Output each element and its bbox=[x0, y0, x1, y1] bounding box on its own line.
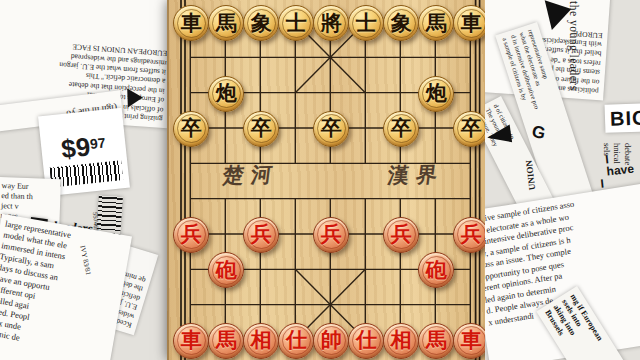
piece-label: 將 bbox=[321, 12, 342, 33]
price-dollars: $9 bbox=[60, 133, 91, 162]
piece-label: 砲 bbox=[426, 259, 447, 280]
piece-label: 象 bbox=[391, 12, 412, 33]
piece-label: 卒 bbox=[461, 117, 482, 138]
piece-label: 相 bbox=[391, 329, 412, 350]
piece-label: 炮 bbox=[426, 82, 447, 103]
river-label-chu: 楚河 bbox=[221, 161, 281, 190]
piece-label: 車 bbox=[461, 12, 482, 33]
news-clipping: large representative model what the ele … bbox=[0, 214, 132, 360]
piece-black-炮[interactable]: 炮 bbox=[418, 76, 454, 112]
piece-label: 卒 bbox=[181, 117, 202, 138]
piece-label: 相 bbox=[251, 329, 272, 350]
piece-label: 馬 bbox=[216, 12, 237, 33]
piece-label: 帥 bbox=[321, 329, 342, 350]
piece-label: 仕 bbox=[286, 329, 307, 350]
piece-label: 車 bbox=[181, 329, 202, 350]
piece-label: 車 bbox=[461, 329, 482, 350]
piece-label: 卒 bbox=[251, 117, 272, 138]
piece-label: 象 bbox=[251, 12, 272, 33]
piece-label: 兵 bbox=[251, 223, 272, 244]
piece-label: 卒 bbox=[391, 117, 412, 138]
xiangqi-board[interactable]: 楚河 漢界 車馬象士將士象馬車炮炮卒卒卒卒卒兵兵兵兵兵砲砲車馬相仕帥仕相馬車 bbox=[167, 0, 489, 360]
screenshot-root: gnizing print of officials in Brussels o… bbox=[0, 0, 640, 360]
piece-label: 仕 bbox=[356, 329, 377, 350]
newspaper-collage-left: gnizing print of officials in Brussels o… bbox=[0, 0, 167, 360]
newspaper-collage-right: politicians and on the future of stems f… bbox=[485, 0, 640, 360]
piece-label: 兵 bbox=[321, 223, 342, 244]
piece-label: 兵 bbox=[181, 223, 202, 244]
piece-label: 卒 bbox=[321, 117, 342, 138]
piece-label: 士 bbox=[356, 12, 377, 33]
piece-label: 車 bbox=[181, 12, 202, 33]
river-label-han: 漢界 bbox=[386, 161, 446, 190]
piece-label: 士 bbox=[286, 12, 307, 33]
piece-black-炮[interactable]: 炮 bbox=[208, 76, 244, 112]
news-clipping: debate hnical sels bbox=[597, 138, 637, 240]
piece-label: 兵 bbox=[391, 223, 412, 244]
piece-label: 馬 bbox=[216, 329, 237, 350]
news-headline-fragment: BIG bbox=[605, 103, 640, 133]
piece-label: 兵 bbox=[461, 223, 482, 244]
piece-label: 馬 bbox=[426, 329, 447, 350]
piece-label: 馬 bbox=[426, 12, 447, 33]
piece-label: 炮 bbox=[216, 82, 237, 103]
price-cents: 97 bbox=[89, 134, 106, 152]
black-triangle-mark bbox=[486, 124, 512, 145]
piece-label: 砲 bbox=[216, 259, 237, 280]
